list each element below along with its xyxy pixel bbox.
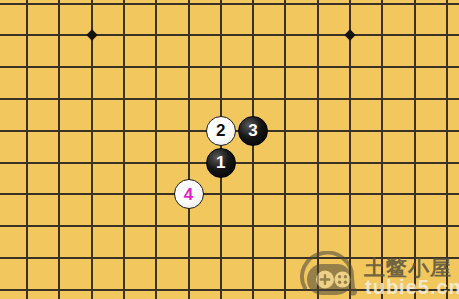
stone-number: 1 xyxy=(216,154,225,171)
stone-number: 3 xyxy=(248,122,257,139)
grid-hline xyxy=(0,3,459,5)
grid-hline xyxy=(0,98,459,100)
stone-number: 4 xyxy=(184,186,193,203)
star-point xyxy=(86,30,97,41)
grid-vline xyxy=(188,0,190,299)
grid-hline xyxy=(0,193,459,195)
grid-vline xyxy=(252,0,254,299)
grid-vline xyxy=(123,0,125,299)
grid-hline xyxy=(0,34,459,36)
go-diagram: 1234 土鳖小屋 tubie5.cn xyxy=(0,0,459,299)
stone-number: 2 xyxy=(216,122,225,139)
grid-hline xyxy=(0,225,459,227)
grid-vline xyxy=(58,0,60,299)
gamepad-logo-icon xyxy=(298,251,362,299)
stone-move-2: 2 xyxy=(206,116,236,146)
watermark-site-url: tubie5.cn xyxy=(365,276,459,299)
grid-vline xyxy=(284,0,286,299)
grid-vline xyxy=(26,0,28,299)
grid-vline xyxy=(155,0,157,299)
watermark: 土鳖小屋 tubie5.cn xyxy=(298,251,459,299)
star-point xyxy=(344,30,355,41)
stone-move-4: 4 xyxy=(174,179,204,209)
grid-vline xyxy=(91,0,93,299)
stone-move-3: 3 xyxy=(238,116,268,146)
grid-hline xyxy=(0,66,459,68)
stone-move-1: 1 xyxy=(206,148,236,178)
